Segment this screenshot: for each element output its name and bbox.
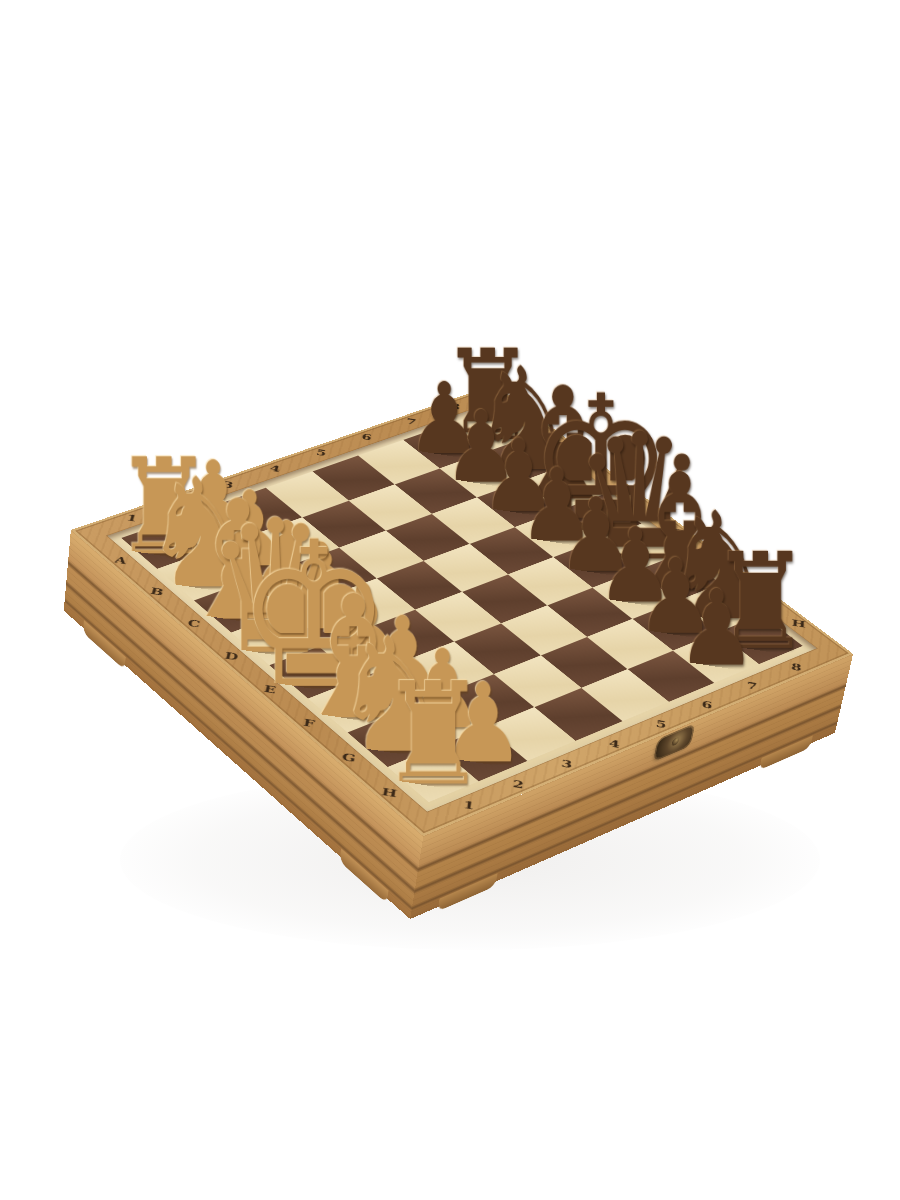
coord-file-D-far: D [632, 497, 645, 508]
coord-rank-6-near: 6 [702, 699, 713, 712]
chess-board-box: ♜︎♞︎♝︎♛︎♚︎♝︎♞︎♜︎♟︎♟︎♟︎♟︎♟︎♟︎♟︎♟︎♜︎♞︎♝︎♚︎… [71, 384, 853, 836]
coord-file-A-far: A [519, 412, 531, 423]
coord-rank-4-near: 4 [609, 737, 621, 750]
coord-rank-5-near: 5 [656, 718, 668, 731]
white-rook[interactable]: ♜︎ [343, 664, 524, 806]
coord-rank-1-near: 1 [463, 798, 476, 812]
coord-file-C-far: C [594, 468, 606, 479]
photo-background: ♜︎♞︎♝︎♛︎♚︎♝︎♞︎♜︎♟︎♟︎♟︎♟︎♟︎♟︎♟︎♟︎♜︎♞︎♝︎♚︎… [0, 0, 900, 1200]
coord-rank-6-far: 6 [361, 432, 373, 443]
coord-file-B-far: B [556, 440, 569, 451]
coord-file-H-near: H [381, 785, 398, 799]
box-foot [83, 620, 126, 670]
coord-rank-7-near: 7 [747, 680, 758, 692]
coord-rank-8-far: 8 [450, 401, 461, 411]
box-foot [759, 735, 813, 770]
coord-rank-5-far: 5 [316, 447, 328, 458]
piece-cell-h1: ♜︎ [388, 747, 479, 803]
brass-latch-icon [655, 725, 694, 759]
